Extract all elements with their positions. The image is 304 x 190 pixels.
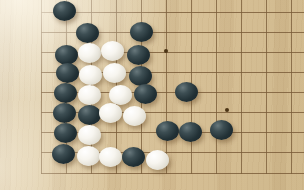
go-board-photo (0, 0, 304, 190)
black-stone-c5r5[interactable] (134, 84, 157, 104)
black-stone-c8r7[interactable] (210, 120, 233, 140)
black-stone-c7r5[interactable] (175, 82, 198, 102)
black-stone-c7r7[interactable] (179, 122, 202, 142)
grid-vline-col8 (216, 0, 217, 174)
black-stone-c2r4[interactable] (56, 63, 79, 83)
white-stone-c4r3[interactable] (101, 41, 124, 61)
black-stone-c2r3[interactable] (55, 45, 78, 65)
grid-vline-col9 (241, 0, 242, 174)
grid-vline-col6 (166, 0, 167, 174)
white-stone-c3r7[interactable] (78, 125, 101, 145)
white-stone-c6r8[interactable] (146, 150, 169, 170)
black-stone-c2r5[interactable] (54, 83, 77, 103)
white-stone-c5r6[interactable] (123, 106, 146, 126)
black-stone-c6r7[interactable] (156, 121, 179, 141)
star-point-c8r6 (225, 108, 229, 112)
black-stone-c2r6[interactable] (53, 103, 76, 123)
grid-hline-row1 (41, 12, 304, 13)
white-stone-c4r8[interactable] (99, 147, 122, 167)
black-stone-c5r2[interactable] (130, 22, 153, 42)
grid-vline-col11 (291, 0, 292, 174)
white-stone-c3r4[interactable] (79, 65, 102, 85)
white-stone-c3r3[interactable] (78, 43, 101, 63)
star-point-c6r3 (164, 49, 168, 53)
white-stone-c4r5[interactable] (109, 85, 132, 105)
white-stone-c4r4[interactable] (103, 63, 126, 83)
black-stone-c2r7[interactable] (54, 123, 77, 143)
black-stone-c5r3[interactable] (127, 45, 150, 65)
black-stone-c5r8[interactable] (122, 147, 145, 167)
black-stone-c2r1[interactable] (53, 1, 76, 21)
grid-vline-col10 (266, 0, 267, 174)
grid-vline-col1 (41, 0, 42, 174)
black-stone-c5r4[interactable] (129, 66, 152, 86)
grid-hline-row9 (41, 173, 304, 174)
black-stone-c2r8[interactable] (52, 144, 75, 164)
white-stone-c3r8[interactable] (77, 146, 100, 166)
white-stone-c4r6[interactable] (99, 103, 122, 123)
black-stone-c3r6[interactable] (78, 105, 101, 125)
white-stone-c3r5[interactable] (78, 85, 101, 105)
black-stone-c3r2[interactable] (76, 23, 99, 43)
